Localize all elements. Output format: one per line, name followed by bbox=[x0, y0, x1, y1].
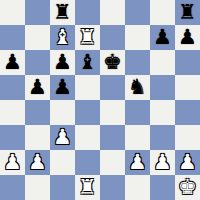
square-f8[interactable] bbox=[125, 0, 150, 25]
square-f1[interactable] bbox=[125, 175, 150, 200]
black-pawn[interactable]: ♟ bbox=[53, 75, 72, 100]
square-e4[interactable] bbox=[100, 100, 125, 125]
square-d5[interactable] bbox=[75, 75, 100, 100]
square-b8[interactable] bbox=[25, 0, 50, 25]
black-pawn[interactable]: ♟ bbox=[3, 50, 22, 75]
square-g6[interactable] bbox=[150, 50, 175, 75]
square-h3[interactable] bbox=[175, 125, 200, 150]
square-c4[interactable] bbox=[50, 100, 75, 125]
square-d1[interactable]: ♜ bbox=[75, 175, 100, 200]
square-d3[interactable] bbox=[75, 125, 100, 150]
white-rook[interactable]: ♜ bbox=[78, 25, 97, 50]
square-c7[interactable]: ♝ bbox=[50, 25, 75, 50]
square-e6[interactable]: ♚ bbox=[100, 50, 125, 75]
square-c1[interactable] bbox=[50, 175, 75, 200]
square-f4[interactable] bbox=[125, 100, 150, 125]
square-h4[interactable] bbox=[175, 100, 200, 125]
square-e3[interactable] bbox=[100, 125, 125, 150]
square-a3[interactable] bbox=[0, 125, 25, 150]
black-pawn[interactable]: ♟ bbox=[53, 50, 72, 75]
square-b1[interactable] bbox=[25, 175, 50, 200]
white-pawn[interactable]: ♟ bbox=[3, 150, 22, 175]
square-a4[interactable] bbox=[0, 100, 25, 125]
square-f3[interactable] bbox=[125, 125, 150, 150]
square-a5[interactable] bbox=[0, 75, 25, 100]
square-a1[interactable] bbox=[0, 175, 25, 200]
square-g2[interactable]: ♟ bbox=[150, 150, 175, 175]
square-d2[interactable] bbox=[75, 150, 100, 175]
square-b3[interactable] bbox=[25, 125, 50, 150]
black-rook[interactable]: ♜ bbox=[53, 0, 72, 25]
square-e2[interactable] bbox=[100, 150, 125, 175]
black-pawn[interactable]: ♟ bbox=[178, 25, 197, 50]
square-h8[interactable]: ♜ bbox=[175, 0, 200, 25]
square-d6[interactable]: ♝ bbox=[75, 50, 100, 75]
black-rook[interactable]: ♜ bbox=[178, 0, 197, 25]
black-pawn[interactable]: ♟ bbox=[28, 75, 47, 100]
white-pawn[interactable]: ♟ bbox=[178, 150, 197, 175]
square-g4[interactable] bbox=[150, 100, 175, 125]
square-g1[interactable] bbox=[150, 175, 175, 200]
square-b6[interactable] bbox=[25, 50, 50, 75]
square-e1[interactable] bbox=[100, 175, 125, 200]
square-b4[interactable] bbox=[25, 100, 50, 125]
square-b2[interactable]: ♟ bbox=[25, 150, 50, 175]
white-king[interactable]: ♚ bbox=[178, 175, 197, 200]
square-a8[interactable] bbox=[0, 0, 25, 25]
square-c6[interactable]: ♟ bbox=[50, 50, 75, 75]
black-knight[interactable]: ♞ bbox=[128, 75, 147, 100]
white-pawn[interactable]: ♟ bbox=[28, 150, 47, 175]
square-f2[interactable]: ♟ bbox=[125, 150, 150, 175]
square-c5[interactable]: ♟ bbox=[50, 75, 75, 100]
black-king[interactable]: ♚ bbox=[103, 50, 122, 75]
white-rook[interactable]: ♜ bbox=[78, 175, 97, 200]
square-e5[interactable] bbox=[100, 75, 125, 100]
square-h7[interactable]: ♟ bbox=[175, 25, 200, 50]
square-h2[interactable]: ♟ bbox=[175, 150, 200, 175]
square-h1[interactable]: ♚ bbox=[175, 175, 200, 200]
black-pawn[interactable]: ♟ bbox=[153, 25, 172, 50]
black-bishop[interactable]: ♝ bbox=[78, 50, 97, 75]
square-f6[interactable] bbox=[125, 50, 150, 75]
square-h6[interactable] bbox=[175, 50, 200, 75]
square-g5[interactable] bbox=[150, 75, 175, 100]
square-b5[interactable]: ♟ bbox=[25, 75, 50, 100]
white-pawn[interactable]: ♟ bbox=[53, 125, 72, 150]
square-a6[interactable]: ♟ bbox=[0, 50, 25, 75]
square-d4[interactable] bbox=[75, 100, 100, 125]
square-f5[interactable]: ♞ bbox=[125, 75, 150, 100]
square-e8[interactable] bbox=[100, 0, 125, 25]
square-b7[interactable] bbox=[25, 25, 50, 50]
chess-board: ♜♜♝♜♟♟♟♟♝♚♟♟♞♟♟♟♟♟♟♜♚ bbox=[0, 0, 200, 200]
square-c8[interactable]: ♜ bbox=[50, 0, 75, 25]
square-a2[interactable]: ♟ bbox=[0, 150, 25, 175]
square-d7[interactable]: ♜ bbox=[75, 25, 100, 50]
white-bishop[interactable]: ♝ bbox=[53, 25, 72, 50]
square-g3[interactable] bbox=[150, 125, 175, 150]
square-h5[interactable] bbox=[175, 75, 200, 100]
white-pawn[interactable]: ♟ bbox=[128, 150, 147, 175]
square-a7[interactable] bbox=[0, 25, 25, 50]
square-g7[interactable]: ♟ bbox=[150, 25, 175, 50]
square-c3[interactable]: ♟ bbox=[50, 125, 75, 150]
square-g8[interactable] bbox=[150, 0, 175, 25]
square-e7[interactable] bbox=[100, 25, 125, 50]
square-c2[interactable] bbox=[50, 150, 75, 175]
square-d8[interactable] bbox=[75, 0, 100, 25]
white-pawn[interactable]: ♟ bbox=[153, 150, 172, 175]
square-f7[interactable] bbox=[125, 25, 150, 50]
